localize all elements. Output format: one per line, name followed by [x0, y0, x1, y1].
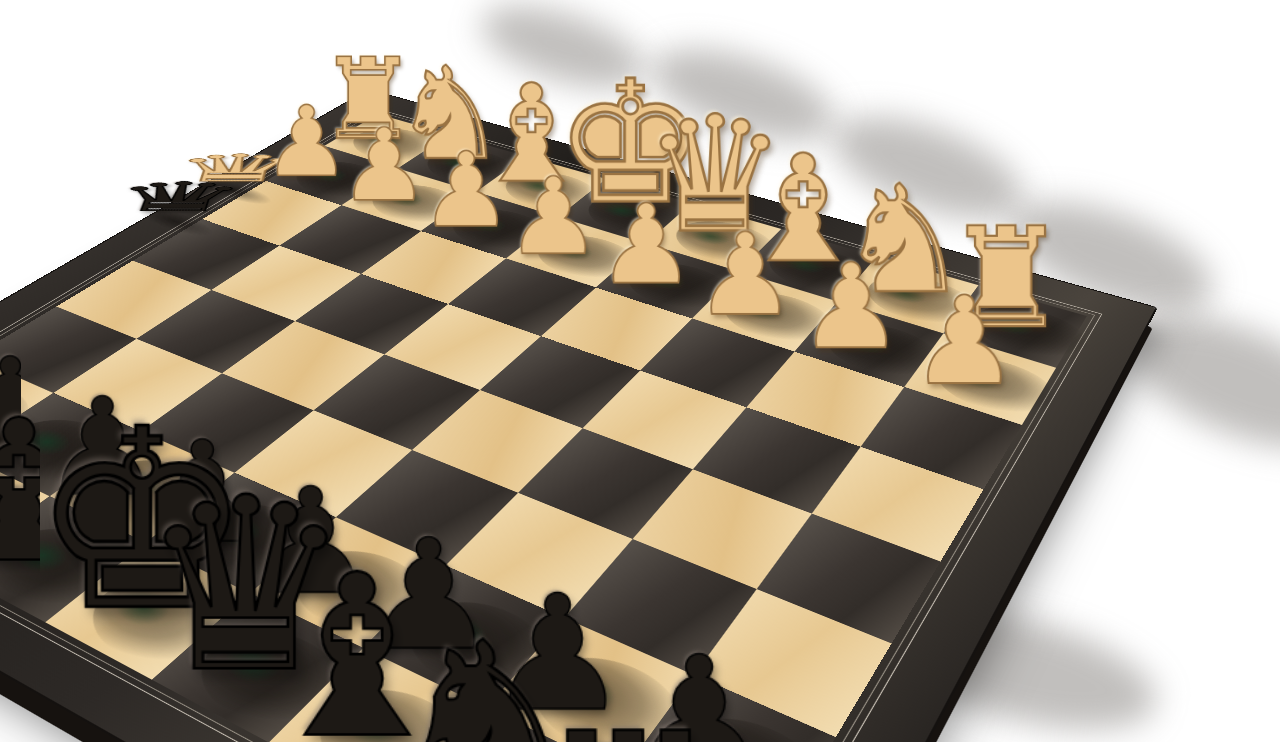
black-queen[interactable]: ♛: [103, 177, 248, 217]
square-b3[interactable]: [746, 352, 904, 447]
white-pawn[interactable]: ♟: [501, 164, 606, 270]
white-pawn[interactable]: ♟: [592, 190, 700, 300]
extra-black-queen[interactable]: ♛: [121, 200, 221, 235]
white-pawn[interactable]: ♟: [905, 281, 1024, 402]
board-scene: ♜♞♝♚♛♝♞♜♟♟♟♟♟♟♟♟♟♟♟♟♟♟♟♟♜♞♝♚♛♝♞♜ ♛♛: [0, 0, 1280, 742]
chess-board: ♜♞♝♚♛♝♞♜♟♟♟♟♟♟♟♟♟♟♟♟♟♟♟♟♜♞♝♚♛♝♞♜ ♛♛: [0, 90, 1156, 742]
white-pawn[interactable]: ♟: [690, 218, 801, 331]
white-pawn[interactable]: ♟: [793, 249, 908, 366]
black-rook[interactable]: ♜: [531, 704, 709, 742]
product-photo: ♜♞♝♚♛♝♞♜♟♟♟♟♟♟♟♟♟♟♟♟♟♟♟♟♜♞♝♚♛♝♞♜ ♛♛: [0, 0, 1280, 742]
